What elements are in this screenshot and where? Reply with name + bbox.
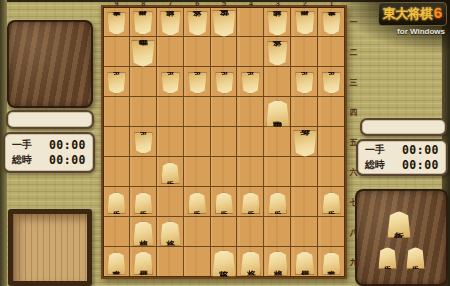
square-38[interactable] bbox=[264, 217, 291, 247]
rank-label-3: 三 bbox=[348, 77, 359, 88]
square-22[interactable] bbox=[291, 37, 318, 67]
piece-sente-knight[interactable]: 桂馬 bbox=[295, 251, 315, 275]
file-label-8: 8 bbox=[130, 0, 157, 7]
total-time-value: 00:00 bbox=[402, 158, 439, 172]
logo-version: 6 bbox=[433, 4, 442, 21]
square-92[interactable] bbox=[103, 37, 130, 67]
square-27[interactable] bbox=[291, 187, 318, 217]
rank-label-8: 八 bbox=[348, 227, 359, 238]
file-label-7: 7 bbox=[157, 0, 184, 7]
file-label-2: 2 bbox=[291, 0, 318, 7]
piece-sente-pawn[interactable]: 歩兵 bbox=[188, 192, 207, 214]
square-62[interactable] bbox=[184, 37, 211, 67]
square-69[interactable] bbox=[184, 247, 211, 277]
square-65[interactable] bbox=[184, 127, 211, 157]
total-time-label: 総時 bbox=[12, 153, 32, 167]
name-plate-right bbox=[360, 118, 447, 136]
piece-sente-lance[interactable]: 香車 bbox=[107, 252, 126, 275]
square-41[interactable] bbox=[237, 7, 264, 37]
hand-piece-sente-bishop[interactable]: 角行 bbox=[387, 211, 411, 238]
hand-piece-sente-pawn[interactable]: 歩兵 bbox=[378, 247, 397, 269]
piece-sente-pawn[interactable]: 歩兵 bbox=[241, 192, 260, 214]
logo-title: 東大将棋 bbox=[383, 6, 433, 21]
square-86[interactable] bbox=[130, 157, 157, 187]
piece-sente-knight[interactable]: 桂馬 bbox=[133, 251, 153, 275]
piece-sente-silver[interactable]: 銀将 bbox=[133, 221, 154, 246]
square-58[interactable] bbox=[211, 217, 238, 247]
piece-gote-silver[interactable]: 銀将 bbox=[267, 11, 288, 36]
square-55[interactable] bbox=[211, 127, 238, 157]
rank-label-9: 九 bbox=[348, 257, 359, 268]
piece-sente-pawn[interactable]: 歩兵 bbox=[134, 192, 153, 214]
square-64[interactable] bbox=[184, 97, 211, 127]
total-time-label: 総時 bbox=[365, 158, 385, 172]
gote-piece-stand[interactable] bbox=[7, 20, 93, 108]
square-42[interactable] bbox=[237, 37, 264, 67]
square-79[interactable] bbox=[157, 247, 184, 277]
file-label-1: 1 bbox=[318, 0, 345, 7]
file-label-9: 9 bbox=[103, 0, 130, 7]
file-label-3: 3 bbox=[264, 0, 291, 7]
square-83[interactable] bbox=[130, 67, 157, 97]
piece-gote-silver[interactable]: 銀将 bbox=[160, 11, 181, 36]
move-time-value: 00:00 bbox=[49, 138, 86, 152]
rank-label-4: 四 bbox=[348, 107, 359, 118]
rank-label-1: 一 bbox=[348, 17, 359, 28]
piece-gote-gold[interactable]: 金将 bbox=[187, 11, 208, 36]
piece-sente-lance[interactable]: 香車 bbox=[322, 252, 341, 275]
move-time-label: 一手 bbox=[12, 138, 32, 152]
logo-banner: 東大将棋6 bbox=[378, 2, 447, 26]
piece-gote-lance[interactable]: 香車 bbox=[322, 12, 341, 35]
square-12[interactable] bbox=[318, 37, 345, 67]
square-18[interactable] bbox=[318, 217, 345, 247]
piece-gote-rook[interactable]: 飛車 bbox=[131, 40, 155, 67]
shogi-board: 香車桂馬銀将金将玉将銀将桂馬香車飛車金将歩兵歩兵歩兵歩兵歩兵歩兵歩兵歩兵角行飛車… bbox=[101, 5, 347, 279]
rank-label-6: 六 bbox=[348, 167, 359, 178]
square-35[interactable] bbox=[264, 127, 291, 157]
square-94[interactable] bbox=[103, 97, 130, 127]
square-26[interactable] bbox=[291, 157, 318, 187]
hand-piece-sente-pawn[interactable]: 歩兵 bbox=[406, 247, 425, 269]
square-46[interactable] bbox=[237, 157, 264, 187]
piece-sente-pawn[interactable]: 歩兵 bbox=[322, 192, 341, 214]
square-36[interactable] bbox=[264, 157, 291, 187]
total-time-value: 00:00 bbox=[49, 153, 86, 167]
piece-sente-pawn[interactable]: 歩兵 bbox=[268, 192, 287, 214]
piece-sente-pawn[interactable]: 歩兵 bbox=[215, 192, 234, 214]
file-label-6: 6 bbox=[184, 0, 211, 7]
square-28[interactable] bbox=[291, 217, 318, 247]
clock-panel-left: 一手 00:00 総時 00:00 bbox=[3, 132, 95, 173]
square-66[interactable] bbox=[184, 157, 211, 187]
app-window: 一手 00:00 総時 00:00 香車桂馬銀将金将玉将銀将桂馬香車飛車金将歩兵… bbox=[0, 0, 450, 286]
square-96[interactable] bbox=[103, 157, 130, 187]
square-16[interactable] bbox=[318, 157, 345, 187]
square-75[interactable] bbox=[157, 127, 184, 157]
piece-sente-pawn[interactable]: 歩兵 bbox=[107, 192, 126, 214]
name-plate-left bbox=[6, 110, 94, 129]
square-33[interactable] bbox=[264, 67, 291, 97]
app-logo: 東大将棋6 for Windows bbox=[352, 2, 447, 36]
move-time-value: 00:00 bbox=[402, 143, 439, 157]
square-56[interactable] bbox=[211, 157, 238, 187]
piece-gote-lance[interactable]: 香車 bbox=[107, 12, 126, 35]
piece-sente-pawn[interactable]: 歩兵 bbox=[161, 162, 180, 184]
piece-sente-gold[interactable]: 金将 bbox=[160, 221, 181, 246]
square-14[interactable] bbox=[318, 97, 345, 127]
square-48[interactable] bbox=[237, 217, 264, 247]
rank-label-5: 五 bbox=[348, 137, 359, 148]
rank-label-2: 二 bbox=[348, 47, 359, 58]
square-44[interactable] bbox=[237, 97, 264, 127]
sente-piece-stand[interactable]: 角行歩兵歩兵 bbox=[355, 189, 448, 286]
piece-gote-pawn[interactable]: 歩兵 bbox=[322, 72, 341, 94]
piece-sente-king[interactable]: 王将 bbox=[212, 250, 236, 277]
square-15[interactable] bbox=[318, 127, 345, 157]
piece-sente-gold[interactable]: 金将 bbox=[240, 251, 261, 276]
square-24[interactable] bbox=[291, 97, 318, 127]
logo-subtitle: for Windows bbox=[352, 27, 447, 36]
square-74[interactable] bbox=[157, 97, 184, 127]
piece-gote-king[interactable]: 玉将 bbox=[212, 10, 236, 37]
piece-box bbox=[8, 209, 92, 286]
rank-label-7: 七 bbox=[348, 197, 359, 208]
piece-sente-silver[interactable]: 銀将 bbox=[267, 251, 288, 276]
square-52[interactable] bbox=[211, 37, 238, 67]
square-45[interactable] bbox=[237, 127, 264, 157]
square-77[interactable] bbox=[157, 187, 184, 217]
square-98[interactable] bbox=[103, 217, 130, 247]
file-label-4: 4 bbox=[237, 0, 264, 7]
piece-gote-gold[interactable]: 金将 bbox=[267, 41, 288, 66]
move-time-label: 一手 bbox=[365, 143, 385, 157]
file-label-5: 5 bbox=[211, 0, 238, 7]
piece-gote-bishop[interactable]: 角行 bbox=[293, 130, 317, 157]
clock-panel-right: 一手 00:00 総時 00:00 bbox=[356, 139, 448, 176]
square-72[interactable] bbox=[157, 37, 184, 67]
square-95[interactable] bbox=[103, 127, 130, 157]
square-84[interactable] bbox=[130, 97, 157, 127]
piece-sente-rook[interactable]: 飛車 bbox=[266, 100, 290, 127]
square-68[interactable] bbox=[184, 217, 211, 247]
piece-gote-pawn[interactable]: 歩兵 bbox=[107, 72, 126, 94]
square-54[interactable] bbox=[211, 97, 238, 127]
